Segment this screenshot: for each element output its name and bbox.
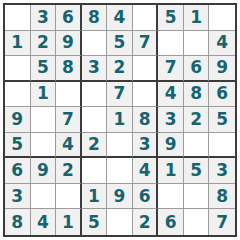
cell-r8c2[interactable] (31, 184, 57, 210)
cell-r6c9[interactable] (209, 133, 235, 159)
cell-r2c4[interactable] (82, 31, 108, 57)
cell-r9c9: 7 (209, 209, 235, 235)
cell-r2c7[interactable] (158, 31, 184, 57)
cell-r8c9: 8 (209, 184, 235, 210)
cell-r4c9: 6 (209, 82, 235, 108)
cell-r8c4: 1 (82, 184, 108, 210)
cell-r2c6: 7 (133, 31, 159, 57)
cell-r3c9: 9 (209, 56, 235, 82)
cell-r2c2: 2 (31, 31, 57, 57)
cell-r5c1: 9 (5, 107, 31, 133)
cell-r2c3: 9 (56, 31, 82, 57)
cell-r5c7: 3 (158, 107, 184, 133)
cell-r6c7: 9 (158, 133, 184, 159)
cell-r2c8[interactable] (184, 31, 210, 57)
cell-r9c6: 2 (133, 209, 159, 235)
cell-r4c4[interactable] (82, 82, 108, 108)
cell-r9c8[interactable] (184, 209, 210, 235)
cell-r2c5: 5 (107, 31, 133, 57)
cell-r1c2: 3 (31, 5, 57, 31)
cell-r8c8[interactable] (184, 184, 210, 210)
sudoku-page: 3684511295745832769174869718325542396924… (0, 0, 240, 240)
cell-r3c1[interactable] (5, 56, 31, 82)
cell-r6c6: 3 (133, 133, 159, 159)
cell-r5c8: 2 (184, 107, 210, 133)
cell-r6c3: 4 (56, 133, 82, 159)
cell-r4c6[interactable] (133, 82, 159, 108)
cell-r9c2: 4 (31, 209, 57, 235)
cell-r3c8: 6 (184, 56, 210, 82)
cell-r8c7[interactable] (158, 184, 184, 210)
cell-r5c4[interactable] (82, 107, 108, 133)
cell-r3c4: 3 (82, 56, 108, 82)
cell-r4c3[interactable] (56, 82, 82, 108)
cell-r9c4: 5 (82, 209, 108, 235)
cell-r6c8[interactable] (184, 133, 210, 159)
cell-r7c3: 2 (56, 158, 82, 184)
cell-r6c2[interactable] (31, 133, 57, 159)
cell-r9c7: 6 (158, 209, 184, 235)
cell-r3c2: 5 (31, 56, 57, 82)
cell-r8c3[interactable] (56, 184, 82, 210)
cell-r1c9[interactable] (209, 5, 235, 31)
cell-r3c6[interactable] (133, 56, 159, 82)
cell-r5c9: 5 (209, 107, 235, 133)
cell-r1c7: 5 (158, 5, 184, 31)
cell-r3c7: 7 (158, 56, 184, 82)
cell-r1c1[interactable] (5, 5, 31, 31)
cell-r7c8: 5 (184, 158, 210, 184)
cell-r4c2: 1 (31, 82, 57, 108)
cell-r8c1: 3 (5, 184, 31, 210)
cell-r8c6: 6 (133, 184, 159, 210)
cell-r7c2: 9 (31, 158, 57, 184)
cell-r4c7: 4 (158, 82, 184, 108)
cell-r5c5: 1 (107, 107, 133, 133)
cell-r6c5[interactable] (107, 133, 133, 159)
cell-r4c8: 8 (184, 82, 210, 108)
cell-r9c5[interactable] (107, 209, 133, 235)
cell-r3c3: 8 (56, 56, 82, 82)
cell-r8c5: 9 (107, 184, 133, 210)
cell-r4c5: 7 (107, 82, 133, 108)
cell-r5c2[interactable] (31, 107, 57, 133)
cell-r4c1[interactable] (5, 82, 31, 108)
cell-r7c5[interactable] (107, 158, 133, 184)
cell-r7c7: 1 (158, 158, 184, 184)
cell-r2c1: 1 (5, 31, 31, 57)
cell-r2c9: 4 (209, 31, 235, 57)
cell-r1c4: 8 (82, 5, 108, 31)
cell-r5c6: 8 (133, 107, 159, 133)
cell-r1c8: 1 (184, 5, 210, 31)
cell-r9c3: 1 (56, 209, 82, 235)
cell-r7c4[interactable] (82, 158, 108, 184)
cell-r1c3: 6 (56, 5, 82, 31)
cell-r1c5: 4 (107, 5, 133, 31)
cell-r9c1: 8 (5, 209, 31, 235)
cell-r1c6[interactable] (133, 5, 159, 31)
cell-r6c4: 2 (82, 133, 108, 159)
cell-r5c3: 7 (56, 107, 82, 133)
cell-r3c5: 2 (107, 56, 133, 82)
cell-r7c9: 3 (209, 158, 235, 184)
cell-r7c1: 6 (5, 158, 31, 184)
cell-r6c1: 5 (5, 133, 31, 159)
sudoku-board: 3684511295745832769174869718325542396924… (3, 3, 237, 237)
cell-r7c6: 4 (133, 158, 159, 184)
